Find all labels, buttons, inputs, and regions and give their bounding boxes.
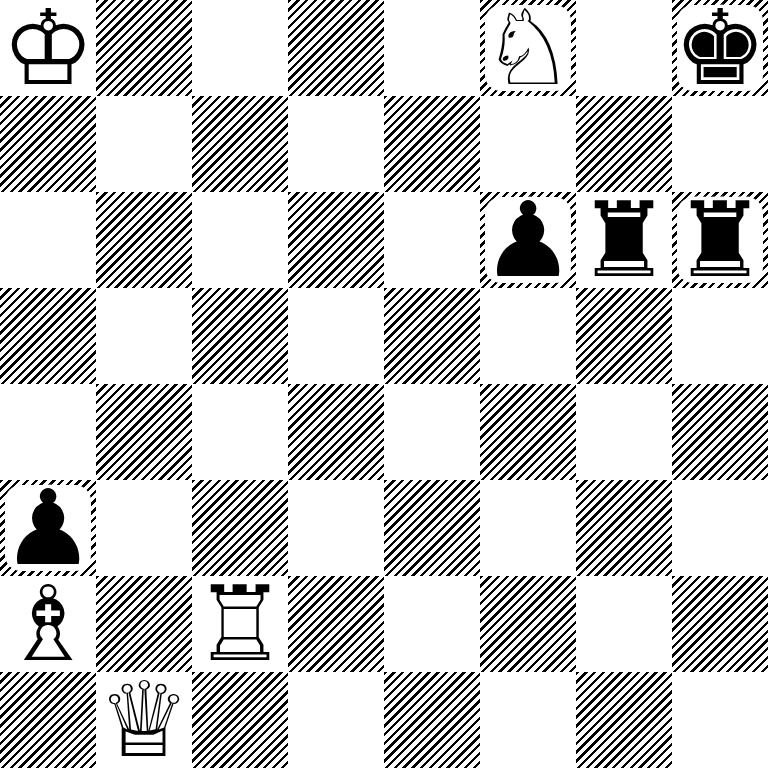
square-e5[interactable]	[384, 288, 480, 384]
square-c8[interactable]	[192, 0, 288, 96]
square-h5[interactable]	[672, 288, 768, 384]
square-g3[interactable]	[576, 480, 672, 576]
square-h8[interactable]: ♚	[672, 0, 768, 96]
white-king-icon[interactable]: ♔	[5, 5, 91, 91]
square-e7[interactable]	[384, 96, 480, 192]
black-rook-icon[interactable]: ♜	[581, 197, 667, 283]
square-a1[interactable]	[0, 672, 96, 768]
square-h2[interactable]	[672, 576, 768, 672]
square-b8[interactable]	[96, 0, 192, 96]
square-a7[interactable]	[0, 96, 96, 192]
white-bishop-icon[interactable]: ♗	[5, 581, 91, 667]
square-b4[interactable]	[96, 384, 192, 480]
square-c5[interactable]	[192, 288, 288, 384]
square-h1[interactable]	[672, 672, 768, 768]
square-h7[interactable]	[672, 96, 768, 192]
square-b7[interactable]	[96, 96, 192, 192]
square-c7[interactable]	[192, 96, 288, 192]
square-g4[interactable]	[576, 384, 672, 480]
square-d8[interactable]	[288, 0, 384, 96]
square-a2[interactable]: ♗	[0, 576, 96, 672]
square-f7[interactable]	[480, 96, 576, 192]
square-a4[interactable]	[0, 384, 96, 480]
square-c6[interactable]	[192, 192, 288, 288]
square-h3[interactable]	[672, 480, 768, 576]
chess-board: ♔♘♚♟♜♜♟♗♖♕	[0, 0, 768, 768]
square-d1[interactable]	[288, 672, 384, 768]
square-b6[interactable]	[96, 192, 192, 288]
square-e3[interactable]	[384, 480, 480, 576]
square-a8[interactable]: ♔	[0, 0, 96, 96]
square-a5[interactable]	[0, 288, 96, 384]
square-g7[interactable]	[576, 96, 672, 192]
square-f2[interactable]	[480, 576, 576, 672]
square-c4[interactable]	[192, 384, 288, 480]
black-rook-icon[interactable]: ♜	[677, 197, 763, 283]
square-c1[interactable]	[192, 672, 288, 768]
square-f6[interactable]: ♟	[480, 192, 576, 288]
square-g1[interactable]	[576, 672, 672, 768]
square-c2[interactable]: ♖	[192, 576, 288, 672]
square-e1[interactable]	[384, 672, 480, 768]
square-g5[interactable]	[576, 288, 672, 384]
square-d3[interactable]	[288, 480, 384, 576]
square-f5[interactable]	[480, 288, 576, 384]
square-e2[interactable]	[384, 576, 480, 672]
square-e4[interactable]	[384, 384, 480, 480]
square-d2[interactable]	[288, 576, 384, 672]
square-d7[interactable]	[288, 96, 384, 192]
square-c3[interactable]	[192, 480, 288, 576]
square-f1[interactable]	[480, 672, 576, 768]
square-g2[interactable]	[576, 576, 672, 672]
square-b2[interactable]	[96, 576, 192, 672]
square-e8[interactable]	[384, 0, 480, 96]
square-g8[interactable]	[576, 0, 672, 96]
black-pawn-icon[interactable]: ♟	[485, 197, 571, 283]
square-f4[interactable]	[480, 384, 576, 480]
square-d5[interactable]	[288, 288, 384, 384]
square-d4[interactable]	[288, 384, 384, 480]
square-h4[interactable]	[672, 384, 768, 480]
white-rook-icon[interactable]: ♖	[197, 581, 283, 667]
square-f8[interactable]: ♘	[480, 0, 576, 96]
white-knight-icon[interactable]: ♘	[485, 5, 571, 91]
square-a3[interactable]: ♟	[0, 480, 96, 576]
square-h6[interactable]: ♜	[672, 192, 768, 288]
square-f3[interactable]	[480, 480, 576, 576]
white-queen-icon[interactable]: ♕	[101, 677, 187, 763]
black-pawn-icon[interactable]: ♟	[5, 485, 91, 571]
square-d6[interactable]	[288, 192, 384, 288]
square-b5[interactable]	[96, 288, 192, 384]
square-b1[interactable]: ♕	[96, 672, 192, 768]
square-b3[interactable]	[96, 480, 192, 576]
square-e6[interactable]	[384, 192, 480, 288]
black-king-icon[interactable]: ♚	[677, 5, 763, 91]
square-a6[interactable]	[0, 192, 96, 288]
square-g6[interactable]: ♜	[576, 192, 672, 288]
